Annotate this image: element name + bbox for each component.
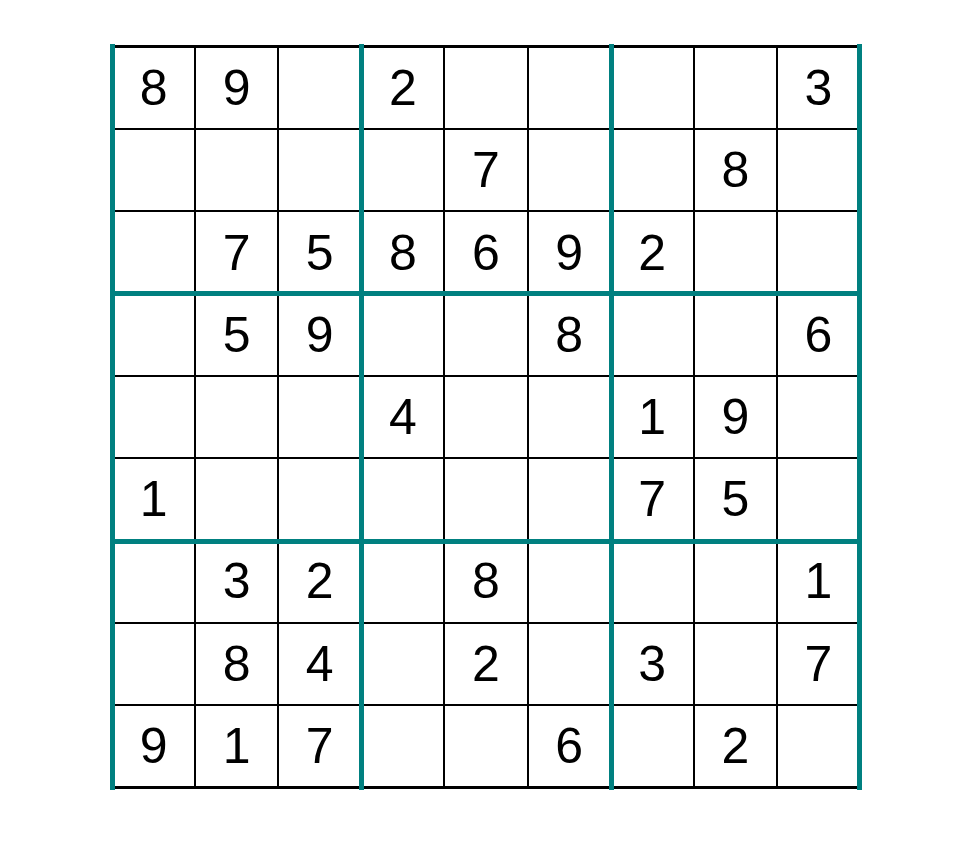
cell-r1c2[interactable]: 9 — [196, 48, 277, 128]
cell-r4c1[interactable] — [113, 295, 194, 375]
cell-r2c4[interactable] — [362, 130, 443, 210]
cell-r6c1[interactable]: 1 — [113, 459, 194, 539]
cell-r3c6[interactable]: 9 — [529, 212, 610, 292]
cell-r6c8[interactable]: 5 — [695, 459, 776, 539]
cell-r3c8[interactable] — [695, 212, 776, 292]
cell-r7c7[interactable] — [612, 541, 693, 621]
cell-r8c2[interactable]: 8 — [196, 624, 277, 704]
cell-r4c4[interactable] — [362, 295, 443, 375]
cell-r4c8[interactable] — [695, 295, 776, 375]
cell-r4c7[interactable] — [612, 295, 693, 375]
sudoku-grid: 892378758692598641917532818423791762 — [111, 45, 861, 789]
cell-r6c3[interactable] — [279, 459, 360, 539]
cell-r6c9[interactable] — [778, 459, 859, 539]
cell-r3c2[interactable]: 7 — [196, 212, 277, 292]
cell-r5c2[interactable] — [196, 377, 277, 457]
cell-r7c4[interactable] — [362, 541, 443, 621]
cell-r2c2[interactable] — [196, 130, 277, 210]
cell-r4c9[interactable]: 6 — [778, 295, 859, 375]
sudoku-board: 892378758692598641917532818423791762 — [111, 45, 861, 789]
cell-r8c5[interactable]: 2 — [445, 624, 526, 704]
cell-r7c6[interactable] — [529, 541, 610, 621]
cell-r4c6[interactable]: 8 — [529, 295, 610, 375]
cell-r4c5[interactable] — [445, 295, 526, 375]
cell-r1c5[interactable] — [445, 48, 526, 128]
cell-r2c7[interactable] — [612, 130, 693, 210]
cell-r8c9[interactable]: 7 — [778, 624, 859, 704]
cell-r5c3[interactable] — [279, 377, 360, 457]
cell-r5c9[interactable] — [778, 377, 859, 457]
cell-r2c3[interactable] — [279, 130, 360, 210]
cell-r5c7[interactable]: 1 — [612, 377, 693, 457]
cell-r3c7[interactable]: 2 — [612, 212, 693, 292]
cell-r7c2[interactable]: 3 — [196, 541, 277, 621]
cell-r8c7[interactable]: 3 — [612, 624, 693, 704]
cell-r9c5[interactable] — [445, 706, 526, 786]
cell-r9c3[interactable]: 7 — [279, 706, 360, 786]
cell-r2c1[interactable] — [113, 130, 194, 210]
cell-r2c9[interactable] — [778, 130, 859, 210]
cell-r4c3[interactable]: 9 — [279, 295, 360, 375]
cell-r9c1[interactable]: 9 — [113, 706, 194, 786]
cell-r3c3[interactable]: 5 — [279, 212, 360, 292]
cell-r1c4[interactable]: 2 — [362, 48, 443, 128]
cell-r6c7[interactable]: 7 — [612, 459, 693, 539]
cell-r2c8[interactable]: 8 — [695, 130, 776, 210]
cell-r7c9[interactable]: 1 — [778, 541, 859, 621]
cell-r1c9[interactable]: 3 — [778, 48, 859, 128]
cell-r9c6[interactable]: 6 — [529, 706, 610, 786]
cell-r1c7[interactable] — [612, 48, 693, 128]
cell-r1c8[interactable] — [695, 48, 776, 128]
cell-r4c2[interactable]: 5 — [196, 295, 277, 375]
cell-r9c4[interactable] — [362, 706, 443, 786]
cell-r9c9[interactable] — [778, 706, 859, 786]
cell-r9c7[interactable] — [612, 706, 693, 786]
cell-r6c2[interactable] — [196, 459, 277, 539]
cell-r5c8[interactable]: 9 — [695, 377, 776, 457]
cell-r6c5[interactable] — [445, 459, 526, 539]
cell-r7c5[interactable]: 8 — [445, 541, 526, 621]
cell-r3c5[interactable]: 6 — [445, 212, 526, 292]
cell-r5c1[interactable] — [113, 377, 194, 457]
cell-r5c4[interactable]: 4 — [362, 377, 443, 457]
cell-r6c6[interactable] — [529, 459, 610, 539]
cell-r9c2[interactable]: 1 — [196, 706, 277, 786]
cell-r8c1[interactable] — [113, 624, 194, 704]
cell-r1c3[interactable] — [279, 48, 360, 128]
cell-r5c6[interactable] — [529, 377, 610, 457]
cell-r8c8[interactable] — [695, 624, 776, 704]
cell-r9c8[interactable]: 2 — [695, 706, 776, 786]
cell-r1c1[interactable]: 8 — [113, 48, 194, 128]
cell-r2c6[interactable] — [529, 130, 610, 210]
cell-r1c6[interactable] — [529, 48, 610, 128]
cell-r6c4[interactable] — [362, 459, 443, 539]
cell-r3c1[interactable] — [113, 212, 194, 292]
cell-r7c8[interactable] — [695, 541, 776, 621]
cell-r3c4[interactable]: 8 — [362, 212, 443, 292]
cell-r8c6[interactable] — [529, 624, 610, 704]
cell-r2c5[interactable]: 7 — [445, 130, 526, 210]
cell-r5c5[interactable] — [445, 377, 526, 457]
cell-r3c9[interactable] — [778, 212, 859, 292]
cell-r7c3[interactable]: 2 — [279, 541, 360, 621]
cell-r8c3[interactable]: 4 — [279, 624, 360, 704]
cell-r7c1[interactable] — [113, 541, 194, 621]
cell-r8c4[interactable] — [362, 624, 443, 704]
